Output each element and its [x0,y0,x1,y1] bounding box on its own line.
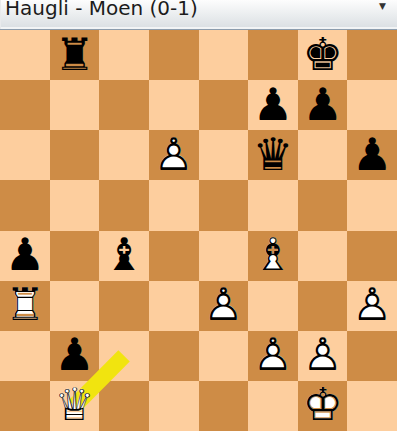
piece-white-queen-b1[interactable]: ♛♕ [50,381,100,431]
piece-outline: ♕ [54,382,94,427]
game-title: Haugli - Moen (0-1) [5,0,198,20]
piece-white-rook-a3[interactable]: ♜♖ [0,281,50,331]
piece-black-pawn-g7[interactable]: ♟ [298,80,348,130]
piece-white-pawn-h3[interactable]: ♟♙ [347,281,397,331]
piece-glyph: ♟ [302,82,342,127]
game-selector-combobox[interactable]: Haugli - Moen (0-1) ▼ [0,0,397,30]
piece-outline: ♙ [253,332,293,377]
chess-board: ♜♚♟♟♟♙♛♟♟♝♝♗♜♖♟♙♟♙♟♟♙♟♙♛♕♚♔ [0,30,397,431]
piece-black-rook-b8[interactable]: ♜ [50,30,100,80]
piece-white-pawn-d6[interactable]: ♟♙ [149,130,199,180]
piece-black-pawn-a4[interactable]: ♟ [0,231,50,281]
piece-white-pawn-f2[interactable]: ♟♙ [248,331,298,381]
board-pieces: ♜♚♟♟♟♙♛♟♟♝♝♗♜♖♟♙♟♙♟♟♙♟♙♛♕♚♔ [0,30,397,431]
piece-outline: ♔ [302,382,342,427]
piece-white-bishop-f4[interactable]: ♝♗ [248,231,298,281]
piece-glyph: ♟ [253,82,293,127]
piece-glyph: ♟ [352,132,392,177]
piece-black-bishop-c4[interactable]: ♝ [99,231,149,281]
dropdown-arrow-icon[interactable]: ▼ [379,2,386,11]
piece-glyph: ♜ [54,32,94,77]
piece-glyph: ♚ [302,32,342,77]
piece-glyph: ♝ [104,232,144,277]
piece-white-pawn-e3[interactable]: ♟♙ [199,281,249,331]
piece-black-queen-f6[interactable]: ♛ [248,130,298,180]
piece-black-pawn-h6[interactable]: ♟ [347,130,397,180]
piece-black-pawn-b2[interactable]: ♟ [50,331,100,381]
piece-outline: ♙ [154,132,194,177]
piece-white-pawn-g2[interactable]: ♟♙ [298,331,348,381]
piece-black-king-g8[interactable]: ♚ [298,30,348,80]
piece-white-king-g1[interactable]: ♚♔ [298,381,348,431]
piece-glyph: ♛ [253,132,293,177]
piece-glyph: ♟ [54,332,94,377]
piece-outline: ♙ [302,332,342,377]
piece-outline: ♗ [253,232,293,277]
piece-black-pawn-f7[interactable]: ♟ [248,80,298,130]
piece-outline: ♙ [203,282,243,327]
piece-outline: ♙ [352,282,392,327]
piece-outline: ♖ [5,282,45,327]
piece-glyph: ♟ [5,232,45,277]
